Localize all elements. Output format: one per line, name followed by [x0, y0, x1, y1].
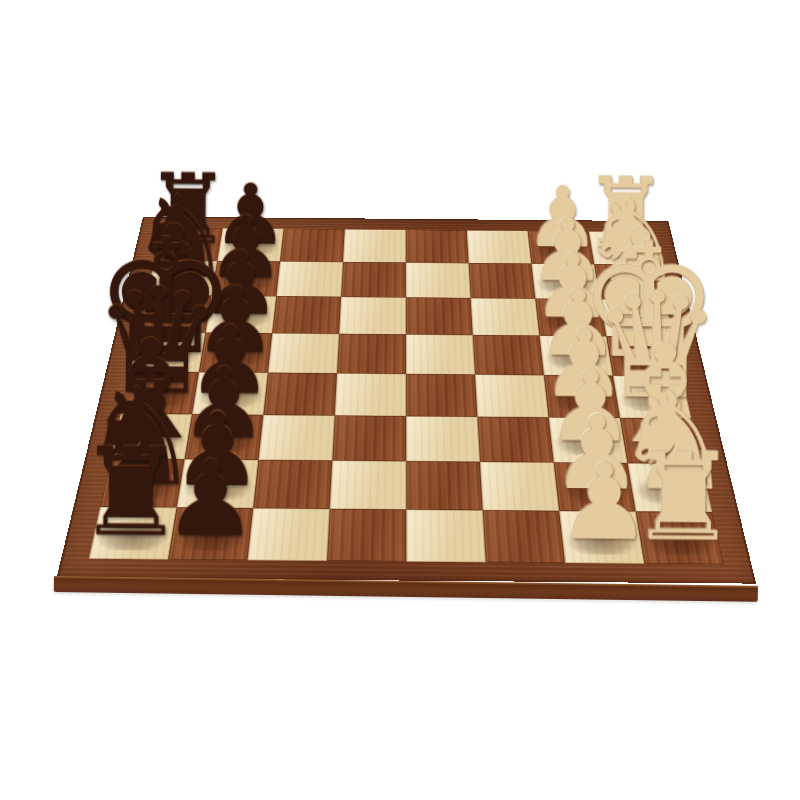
square-f4 — [406, 297, 473, 335]
square-f6 — [272, 296, 341, 334]
board-frame: ♜♟♟♜♞♟♟♞♝♟♟♝♚♟♟♚♛♟♟♛♝♟♟♝♞♟♟♞♜♟♟♜ — [57, 217, 756, 584]
square-a3 — [483, 510, 565, 563]
square-e3 — [473, 335, 544, 375]
square-a8: ♜ — [89, 507, 177, 560]
square-f5 — [339, 297, 406, 335]
square-h4 — [406, 230, 469, 263]
square-h3 — [467, 230, 532, 263]
square-d3 — [475, 375, 549, 418]
square-d6 — [263, 373, 337, 416]
square-a1: ♜ — [636, 512, 724, 565]
square-d5 — [335, 373, 406, 416]
square-c4 — [406, 416, 480, 462]
square-b6 — [253, 460, 332, 509]
square-h6 — [280, 229, 345, 262]
square-f3 — [471, 298, 540, 336]
square-c3 — [477, 417, 553, 463]
black-rook-a8: ♜ — [76, 435, 186, 551]
square-e4 — [406, 335, 475, 375]
square-g3 — [469, 263, 536, 298]
square-b5 — [330, 461, 407, 510]
square-e5 — [337, 334, 406, 374]
product-photo-page: { "game": "chess", "scene_description": … — [0, 0, 800, 800]
square-d4 — [406, 374, 477, 417]
square-g4 — [406, 263, 471, 298]
square-g6 — [276, 262, 343, 297]
square-a4 — [406, 510, 485, 563]
square-b4 — [406, 461, 483, 510]
square-c5 — [332, 416, 406, 462]
square-h5 — [343, 229, 406, 262]
square-e6 — [268, 333, 339, 373]
square-g5 — [341, 262, 406, 297]
white-rook-a1: ♜ — [628, 440, 738, 556]
chess-board: ♜♟♟♜♞♟♟♞♝♟♟♝♚♟♟♚♛♟♟♛♝♟♟♝♞♟♟♞♜♟♟♜ — [57, 217, 756, 584]
square-a5 — [327, 509, 406, 562]
square-c6 — [258, 415, 334, 461]
square-b3 — [480, 462, 559, 511]
square-a6 — [248, 508, 330, 561]
